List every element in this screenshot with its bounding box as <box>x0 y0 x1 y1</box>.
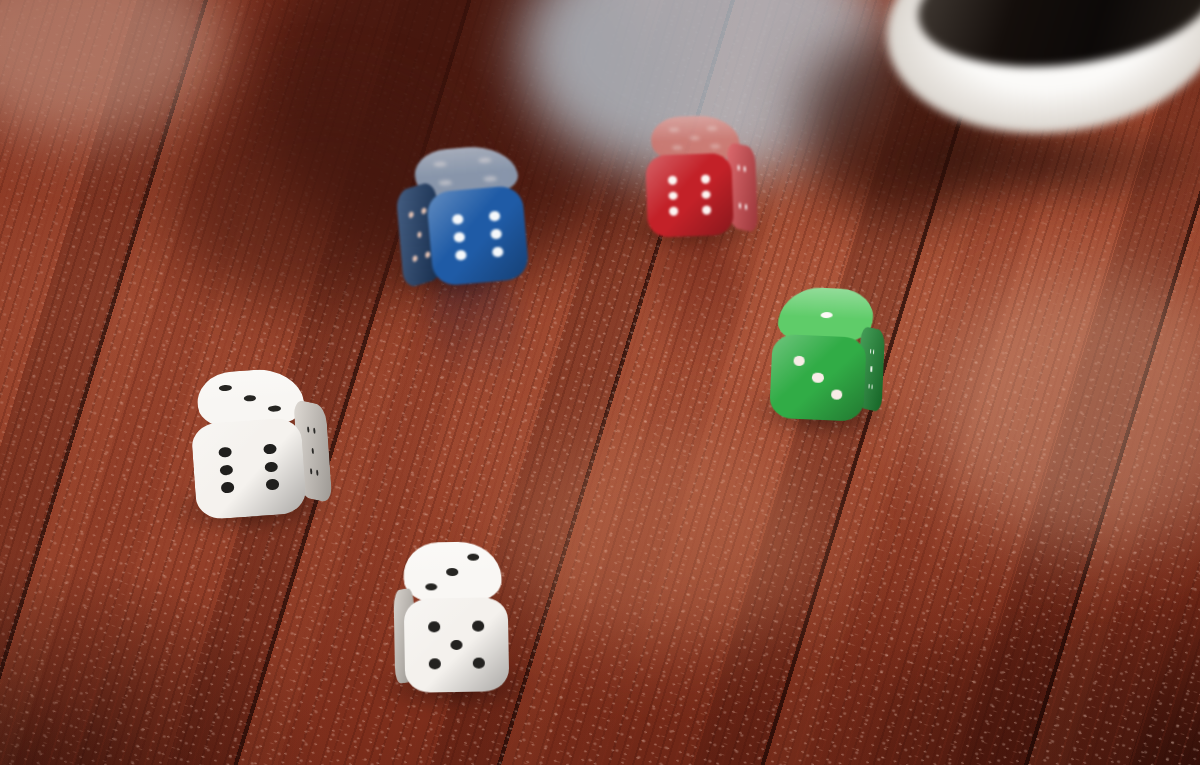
die-pip <box>421 207 426 215</box>
pip-cell <box>836 309 860 322</box>
die-white-bottom <box>391 535 520 697</box>
pip-cell <box>446 654 468 673</box>
pip-cell <box>312 420 317 442</box>
die-pip <box>672 145 683 150</box>
die-pip <box>219 447 233 458</box>
pip-cell <box>789 353 809 370</box>
die-pip <box>668 207 678 216</box>
die-pip <box>263 444 277 455</box>
pip-cell <box>680 172 697 188</box>
die-red-reflection <box>652 227 743 370</box>
die-pip <box>492 246 504 257</box>
pip-cell <box>424 655 446 674</box>
pip-cell <box>682 203 699 219</box>
pip-cell <box>488 242 508 262</box>
pip-cell <box>871 378 873 396</box>
die-pip <box>702 205 712 214</box>
pip-cell <box>794 308 818 321</box>
die-pip <box>450 639 463 650</box>
die-pip <box>453 232 465 243</box>
pip-cell <box>838 297 862 310</box>
pip-cell <box>418 551 441 565</box>
pip-cell <box>665 203 682 219</box>
pip-cell <box>744 197 748 217</box>
die-white-bottom-front-face <box>404 597 510 693</box>
die-pip <box>425 251 430 259</box>
pip-cell <box>445 635 467 654</box>
die-red-front-face <box>645 153 734 238</box>
pip-cell <box>815 308 839 321</box>
die-pip <box>871 384 872 390</box>
pip-cell <box>419 565 442 579</box>
die-pip <box>425 583 438 590</box>
pip-cell <box>450 246 470 266</box>
die-pip <box>709 144 720 149</box>
die-pip <box>221 482 235 493</box>
die-blue <box>390 141 534 292</box>
die-pip <box>489 210 501 221</box>
pip-cell <box>449 227 469 247</box>
pip-cell <box>468 226 488 246</box>
pip-cell <box>455 175 480 187</box>
pip-cell <box>420 199 428 223</box>
pip-cell <box>314 441 319 463</box>
pip-cell <box>808 369 828 386</box>
pip-cell <box>447 209 467 229</box>
die-pip <box>455 250 467 261</box>
pip-cell <box>240 403 265 416</box>
die-pip <box>667 176 677 185</box>
die-pip <box>452 214 464 225</box>
pip-cell <box>698 202 715 218</box>
die-pip <box>701 190 711 199</box>
pip-cell <box>258 440 281 459</box>
pip-cell <box>827 386 847 403</box>
pip-cell <box>215 461 238 480</box>
pip-cell <box>214 443 237 462</box>
pip-cell <box>262 402 287 415</box>
pip-cell <box>486 224 506 244</box>
pip-cell <box>872 360 874 378</box>
pip-cell <box>743 159 747 179</box>
pip-cell <box>464 579 487 593</box>
die-white-left <box>179 361 333 523</box>
pip-cell <box>315 462 320 484</box>
die-pip <box>706 126 717 131</box>
pip-cell <box>216 478 239 497</box>
die-pip <box>264 461 278 472</box>
die-pip <box>220 465 234 476</box>
die-white-left-front-face <box>191 417 307 520</box>
die-pip <box>218 385 232 392</box>
pip-cell <box>797 295 821 308</box>
pip-cell <box>478 173 503 185</box>
dice-photo-scene <box>0 0 1200 765</box>
pip-cell <box>664 188 681 204</box>
die-pip <box>873 349 874 355</box>
die-white-bottom-top-face <box>401 541 503 603</box>
pip-cell <box>705 142 726 152</box>
pip-cell <box>791 320 815 333</box>
die-pip <box>478 157 492 163</box>
die-pip <box>433 161 447 167</box>
pip-cell <box>469 244 489 264</box>
die-pip <box>793 356 805 366</box>
pip-cell <box>237 459 260 478</box>
pip-cell <box>467 635 489 654</box>
die-pip <box>745 204 747 210</box>
die-pip <box>428 659 441 670</box>
pip-cell <box>667 143 688 153</box>
pip-cell <box>442 579 465 593</box>
pip-cell <box>833 322 857 335</box>
pip-cell <box>466 208 486 228</box>
pip-cell <box>788 384 808 401</box>
die-pip <box>316 469 319 476</box>
pip-cell <box>261 475 284 494</box>
pip-cell <box>807 385 827 402</box>
die-pip <box>472 620 485 631</box>
pip-cell <box>441 565 464 579</box>
pip-cell <box>445 617 467 636</box>
die-pip <box>243 395 257 402</box>
die-pip <box>831 390 843 400</box>
die-pip <box>313 427 316 434</box>
pip-cell <box>462 550 485 564</box>
die-green <box>761 281 887 424</box>
pip-cell <box>827 370 847 387</box>
pip-cell <box>420 579 443 593</box>
pip-cell <box>238 477 261 496</box>
die-pip <box>409 211 414 219</box>
die-pip <box>413 255 418 263</box>
die-pip <box>668 191 678 200</box>
pip-cell <box>828 354 848 371</box>
pip-cell <box>812 321 836 334</box>
die-pip <box>417 231 422 239</box>
die-pip <box>467 554 480 561</box>
die-red <box>634 114 758 242</box>
die-pip <box>701 175 711 184</box>
die-pip <box>689 136 700 141</box>
pip-cell <box>873 343 875 361</box>
pip-cell <box>433 177 458 189</box>
pip-cell <box>440 551 463 565</box>
die-pip <box>491 228 503 239</box>
pip-cell <box>217 405 242 418</box>
pip-cell <box>697 171 714 187</box>
die-pip <box>265 479 279 490</box>
pip-cell <box>423 636 445 655</box>
die-blue-front-face <box>426 185 530 287</box>
die-pip <box>812 373 824 383</box>
pip-cell <box>681 187 698 203</box>
pip-cell <box>664 173 681 189</box>
pip-cell <box>468 654 490 673</box>
die-pip <box>438 180 452 186</box>
die-pip <box>472 658 485 669</box>
pip-cell <box>809 353 829 370</box>
die-pip <box>268 405 282 412</box>
die-pip <box>820 312 833 319</box>
die-pip <box>743 166 745 172</box>
pip-cell <box>789 369 809 386</box>
die-pip <box>446 568 459 575</box>
pip-cell <box>818 296 842 309</box>
pip-cell <box>744 178 748 198</box>
die-pip <box>483 176 497 182</box>
die-pip <box>428 621 441 632</box>
pip-cell <box>467 616 489 635</box>
pip-cell <box>463 564 486 578</box>
pip-cell <box>236 441 259 460</box>
dark-plate <box>911 0 1200 82</box>
pip-cell <box>698 187 715 203</box>
pip-cell <box>259 457 282 476</box>
pip-cell <box>686 142 707 152</box>
die-green-front-face <box>769 334 867 422</box>
pip-cell <box>485 206 505 226</box>
die-pip <box>668 127 679 132</box>
pip-cell <box>423 617 445 636</box>
